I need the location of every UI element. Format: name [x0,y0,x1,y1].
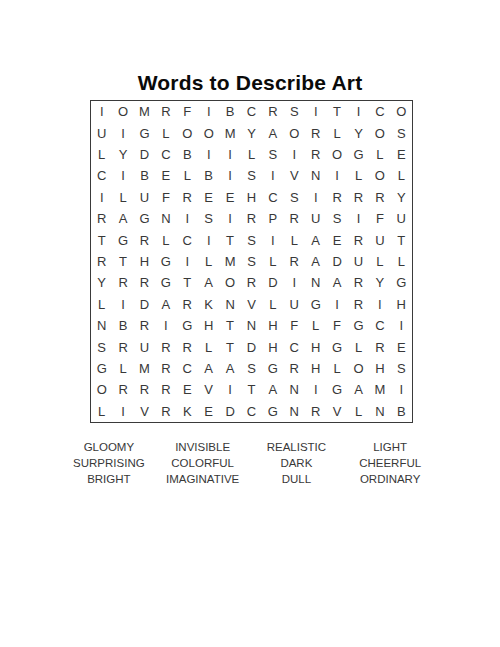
grid-cell[interactable]: I [262,165,283,186]
grid-cell[interactable]: I [326,165,347,186]
grid-cell[interactable]: G [91,358,112,379]
grid-cell[interactable]: E [391,144,412,165]
grid-cell[interactable]: H [134,251,155,272]
grid-cell[interactable]: F [177,101,198,122]
grid-cell[interactable]: F [369,208,390,229]
grid-cell[interactable]: I [348,101,369,122]
grid-cell[interactable]: A [155,294,176,315]
grid-cell[interactable]: D [241,336,262,357]
grid-cell[interactable]: Y [391,187,412,208]
grid-cell[interactable]: G [262,401,283,422]
grid-cell[interactable]: V [134,401,155,422]
grid-cell[interactable]: Y [112,144,133,165]
grid-cell[interactable]: S [262,144,283,165]
grid-cell[interactable]: I [369,294,390,315]
grid-cell[interactable]: L [262,251,283,272]
grid-cell[interactable]: L [391,251,412,272]
grid-cell[interactable]: O [369,165,390,186]
word-list-item: REALISTIC [250,441,344,454]
grid-cell[interactable]: S [198,208,219,229]
word-list-item: BRIGHT [62,473,156,486]
grid-cell[interactable]: E [177,379,198,400]
grid-cell[interactable]: C [284,336,305,357]
grid-cell[interactable]: I [305,101,326,122]
word-list-item: ORDINARY [343,473,437,486]
grid-cell[interactable]: G [155,251,176,272]
grid-cell[interactable]: U [134,187,155,208]
grid-cell[interactable]: R [241,272,262,293]
grid-cell[interactable]: Y [369,272,390,293]
grid-cell[interactable]: H [198,315,219,336]
grid-cell[interactable]: N [241,315,262,336]
grid-cell[interactable]: R [326,187,347,208]
grid-cell[interactable]: R [91,251,112,272]
grid-cell[interactable]: M [134,101,155,122]
grid-cell[interactable]: C [262,187,283,208]
grid-cell[interactable]: A [348,379,369,400]
grid-cell[interactable]: I [177,208,198,229]
grid-cell[interactable]: B [134,165,155,186]
grid-cell[interactable]: L [177,165,198,186]
grid-cell[interactable]: B [219,101,240,122]
grid-cell[interactable]: Y [348,122,369,143]
grid-cell[interactable]: S [391,122,412,143]
grid-cell[interactable]: G [326,379,347,400]
grid-cell[interactable]: O [348,358,369,379]
grid-cell[interactable]: D [134,294,155,315]
grid-cell[interactable]: T [91,229,112,250]
grid-cell[interactable]: T [177,272,198,293]
grid-cell[interactable]: Y [91,272,112,293]
grid-cell[interactable]: L [91,144,112,165]
word-list-item: GLOOMY [62,441,156,454]
grid-cell[interactable]: R [305,144,326,165]
grid-cell[interactable]: C [91,165,112,186]
grid-cell[interactable]: R [177,187,198,208]
grid-cell[interactable]: N [91,315,112,336]
grid-cell[interactable]: S [91,336,112,357]
grid-cell[interactable]: V [198,379,219,400]
grid-cell[interactable]: K [177,401,198,422]
grid-cell[interactable]: S [241,229,262,250]
grid-cell[interactable]: G [177,315,198,336]
grid-cell[interactable]: C [177,229,198,250]
grid-cell[interactable]: U [91,122,112,143]
grid-cell[interactable]: I [219,144,240,165]
grid-cell[interactable]: E [219,187,240,208]
grid-cell[interactable]: G [326,336,347,357]
grid-cell[interactable]: I [219,165,240,186]
grid-cell[interactable]: T [241,379,262,400]
grid-cell[interactable]: O [369,122,390,143]
grid-cell[interactable]: A [219,358,240,379]
grid-cell[interactable]: G [391,272,412,293]
grid-cell[interactable]: R [262,101,283,122]
grid-cell[interactable]: R [241,208,262,229]
grid-cell[interactable]: U [134,336,155,357]
grid-cell[interactable]: R [155,358,176,379]
grid-cell[interactable]: E [326,229,347,250]
grid-cell[interactable]: L [91,401,112,422]
grid-cell[interactable]: K [198,294,219,315]
grid-cell[interactable]: L [369,251,390,272]
grid-cell[interactable]: S [241,165,262,186]
grid-cell[interactable]: U [391,208,412,229]
grid-cell[interactable]: G [134,208,155,229]
grid-cell[interactable]: N [284,401,305,422]
grid-cell[interactable]: G [155,272,176,293]
grid-cell[interactable]: R [112,336,133,357]
grid-cell[interactable]: S [326,208,347,229]
grid-cell[interactable]: C [241,401,262,422]
grid-cell[interactable]: L [305,315,326,336]
grid-cell[interactable]: L [348,336,369,357]
grid-cell[interactable]: I [348,208,369,229]
grid-cell[interactable]: F [284,315,305,336]
grid-cell[interactable]: I [198,144,219,165]
grid-cell[interactable]: A [326,272,347,293]
word-list-item: CHEERFUL [343,457,437,470]
grid-cell[interactable]: U [369,229,390,250]
grid-cell[interactable]: G [262,358,283,379]
grid-cell[interactable]: D [219,401,240,422]
grid-cell[interactable]: L [326,122,347,143]
grid-cell[interactable]: R [305,401,326,422]
grid-cell[interactable]: I [112,122,133,143]
grid-cell[interactable]: D [326,251,347,272]
grid-cell[interactable]: S [284,101,305,122]
grid-cell[interactable]: H [305,358,326,379]
grid-cell[interactable]: U [284,294,305,315]
grid-cell[interactable]: O [391,101,412,122]
grid-cell[interactable]: A [305,229,326,250]
grid-cell[interactable]: F [155,187,176,208]
grid-cell[interactable]: H [262,336,283,357]
grid-cell[interactable]: O [219,272,240,293]
grid-cell[interactable]: C [177,358,198,379]
grid-cell[interactable]: R [369,336,390,357]
grid-cell[interactable]: I [198,229,219,250]
grid-cell[interactable]: R [305,122,326,143]
grid-cell[interactable]: I [219,208,240,229]
grid-cell[interactable]: L [326,358,347,379]
grid-cell[interactable]: V [284,165,305,186]
grid-cell[interactable]: L [348,165,369,186]
grid-cell[interactable]: L [284,229,305,250]
grid-cell[interactable]: I [262,229,283,250]
grid-cell[interactable]: I [219,379,240,400]
grid-cell[interactable]: H [391,294,412,315]
word-list: GLOOMYINVISIBLEREALISTICLIGHTSURPRISINGC… [62,441,437,486]
word-list-item: IMAGINATIVE [156,473,250,486]
grid-cell[interactable]: E [391,336,412,357]
grid-cell[interactable]: I [91,187,112,208]
grid-cell[interactable]: N [369,401,390,422]
grid-cell[interactable]: R [284,251,305,272]
grid-cell[interactable]: I [305,187,326,208]
grid-cell[interactable]: I [112,401,133,422]
word-list-item: DULL [250,473,344,486]
grid-cell[interactable]: I [91,101,112,122]
grid-cell[interactable]: O [284,122,305,143]
grid-cell[interactable]: G [348,315,369,336]
page-title: Words to Describe Art [0,71,500,95]
word-list-item: LIGHT [343,441,437,454]
grid-cell[interactable]: B [177,144,198,165]
grid-cell[interactable]: S [241,251,262,272]
grid-cell[interactable]: M [134,358,155,379]
grid-cell[interactable]: R [177,336,198,357]
grid-cell[interactable]: L [198,251,219,272]
grid-cell[interactable]: B [112,315,133,336]
grid-cell[interactable]: I [305,379,326,400]
grid-cell[interactable]: R [155,101,176,122]
grid-cell[interactable]: V [241,294,262,315]
grid-cell[interactable]: T [391,229,412,250]
grid-cell[interactable]: A [198,358,219,379]
grid-cell[interactable]: L [112,358,133,379]
grid-cell[interactable]: E [198,401,219,422]
grid-cell[interactable]: R [348,294,369,315]
grid-cell[interactable]: M [219,251,240,272]
grid-cell[interactable]: I [284,272,305,293]
grid-cell[interactable]: C [155,144,176,165]
grid-cell[interactable]: R [155,401,176,422]
grid-cell[interactable]: R [134,272,155,293]
grid-cell[interactable]: A [305,251,326,272]
grid-cell[interactable]: R [284,358,305,379]
grid-cell[interactable]: S [391,358,412,379]
grid-cell[interactable]: G [112,229,133,250]
grid-cell[interactable]: R [155,379,176,400]
grid-cell[interactable]: N [284,379,305,400]
grid-cell[interactable]: G [134,122,155,143]
grid-cell[interactable]: R [348,187,369,208]
grid-cell[interactable]: I [112,294,133,315]
grid-cell[interactable]: F [326,315,347,336]
grid-cell[interactable]: R [177,294,198,315]
grid-cell[interactable]: B [391,401,412,422]
grid-cell[interactable]: N [305,272,326,293]
grid-cell[interactable]: T [326,101,347,122]
grid-cell[interactable]: R [112,379,133,400]
grid-cell[interactable]: E [155,165,176,186]
grid-cell[interactable]: M [219,122,240,143]
grid-cell[interactable]: L [391,165,412,186]
grid-cell[interactable]: R [134,379,155,400]
grid-cell[interactable]: I [198,101,219,122]
grid-cell[interactable]: T [112,251,133,272]
grid-cell[interactable]: R [155,336,176,357]
grid-cell[interactable]: M [369,379,390,400]
grid-cell[interactable]: A [262,379,283,400]
grid-cell[interactable]: S [241,358,262,379]
grid-cell[interactable]: I [112,165,133,186]
grid-cell[interactable]: H [262,315,283,336]
grid-cell[interactable]: I [326,294,347,315]
grid-cell[interactable]: N [155,208,176,229]
grid-cell[interactable]: D [262,272,283,293]
grid-cell[interactable]: C [369,315,390,336]
grid-cell[interactable]: I [391,315,412,336]
grid-cell[interactable]: R [348,229,369,250]
grid-cell[interactable]: N [219,294,240,315]
grid-cell[interactable]: R [112,272,133,293]
grid-cell[interactable]: R [348,272,369,293]
grid-cell[interactable]: O [91,379,112,400]
grid-cell[interactable]: O [112,101,133,122]
grid-cell[interactable]: A [262,122,283,143]
grid-cell[interactable]: L [262,294,283,315]
grid-cell[interactable]: G [305,294,326,315]
grid-cell[interactable]: R [91,208,112,229]
grid-cell[interactable]: L [91,294,112,315]
grid-cell[interactable]: L [155,122,176,143]
grid-cell[interactable]: O [326,144,347,165]
grid-cell[interactable]: U [348,251,369,272]
grid-cell[interactable]: R [284,208,305,229]
grid-cell[interactable]: H [369,358,390,379]
grid-cell[interactable]: N [305,165,326,186]
grid-cell[interactable]: H [241,187,262,208]
grid-cell[interactable]: C [241,101,262,122]
grid-cell[interactable]: T [219,336,240,357]
grid-cell[interactable]: H [305,336,326,357]
grid-cell[interactable]: L [241,144,262,165]
grid-cell[interactable]: L [369,144,390,165]
grid-cell[interactable]: V [326,401,347,422]
grid-cell[interactable]: L [198,336,219,357]
grid-cell[interactable]: G [348,144,369,165]
grid-cell[interactable]: T [219,229,240,250]
grid-cell[interactable]: O [177,122,198,143]
grid-cell[interactable]: D [134,144,155,165]
grid-cell[interactable]: P [262,208,283,229]
grid-cell[interactable]: O [198,122,219,143]
grid-cell[interactable]: R [369,187,390,208]
grid-cell[interactable]: I [177,251,198,272]
grid-cell[interactable]: A [198,272,219,293]
grid-cell[interactable]: E [198,187,219,208]
grid-cell[interactable]: U [305,208,326,229]
grid-cell[interactable]: T [219,315,240,336]
grid-cell[interactable]: R [134,315,155,336]
grid-cell[interactable]: B [198,165,219,186]
letter-grid: IOMRFIBCRSITICOUIGLOOMYAORLYOSLYDCBIILSI… [90,100,413,423]
word-list-item: DARK [250,457,344,470]
grid-cell[interactable]: S [284,187,305,208]
word-search-worksheet: { "game": "word-search", "title": "Words… [0,0,500,647]
grid-cell[interactable]: I [284,144,305,165]
grid-cell[interactable]: L [112,187,133,208]
grid-cell[interactable]: L [155,229,176,250]
word-list-item: SURPRISING [62,457,156,470]
grid-cell[interactable]: R [134,229,155,250]
word-list-item: INVISIBLE [156,441,250,454]
grid-cell[interactable]: C [369,101,390,122]
grid-cell[interactable]: I [155,315,176,336]
grid-cell[interactable]: Y [241,122,262,143]
grid-cell[interactable]: I [391,379,412,400]
grid-cell[interactable]: L [348,401,369,422]
word-list-item: COLORFUL [156,457,250,470]
grid-cell[interactable]: A [112,208,133,229]
